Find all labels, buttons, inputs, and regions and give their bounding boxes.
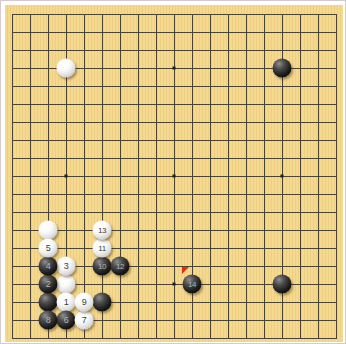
white-stone: 11 (93, 239, 112, 258)
white-stone: 5 (39, 239, 58, 258)
move-number-label: 6 (64, 316, 69, 325)
white-stone: 1 (57, 293, 76, 312)
move-number-label: 4 (46, 262, 51, 271)
white-stone: 9 (75, 293, 94, 312)
board-frame: 1234567891011121314 (0, 0, 346, 344)
grid-line-v (318, 14, 319, 339)
move-number-label: 1 (64, 298, 69, 307)
white-stone (39, 221, 58, 240)
move-number-label: 9 (82, 298, 87, 307)
grid-line-v (246, 14, 247, 339)
white-stone (57, 275, 76, 294)
grid-line-h (12, 194, 337, 195)
white-stone (57, 59, 76, 78)
star-point (173, 67, 176, 70)
grid-line-v (264, 14, 265, 339)
move-number-label: 7 (82, 316, 87, 325)
move-number-label: 14 (188, 280, 196, 288)
grid-line-h (12, 248, 337, 249)
go-board[interactable]: 1234567891011121314 (5, 5, 343, 342)
black-stone (39, 293, 58, 312)
black-stone: 8 (39, 311, 58, 330)
black-stone: 2 (39, 275, 58, 294)
last-move-marker (182, 267, 189, 274)
grid-line-h (12, 230, 337, 231)
grid-line-v (228, 14, 229, 339)
black-stone (93, 293, 112, 312)
move-number-label: 3 (64, 262, 69, 271)
star-point (65, 175, 68, 178)
move-number-label: 11 (98, 244, 105, 252)
grid-line-v (300, 14, 301, 339)
star-point (281, 175, 284, 178)
black-stone: 14 (183, 275, 202, 294)
move-number-label: 2 (46, 280, 51, 289)
move-number-label: 10 (98, 262, 106, 270)
grid-line-v (336, 14, 337, 339)
black-stone: 4 (39, 257, 58, 276)
star-point (173, 175, 176, 178)
move-number-label: 13 (98, 226, 106, 234)
white-stone: 13 (93, 221, 112, 240)
grid-line-h (12, 212, 337, 213)
move-number-label: 5 (46, 244, 51, 253)
black-stone: 10 (93, 257, 112, 276)
grid-line-v (210, 14, 211, 339)
move-number-label: 8 (46, 316, 51, 325)
move-number-label: 12 (116, 262, 124, 270)
white-stone: 3 (57, 257, 76, 276)
grid-line-h (12, 338, 337, 339)
white-stone: 7 (75, 311, 94, 330)
star-point (173, 283, 176, 286)
black-stone (273, 59, 292, 78)
black-stone (273, 275, 292, 294)
black-stone: 6 (57, 311, 76, 330)
black-stone: 12 (111, 257, 130, 276)
